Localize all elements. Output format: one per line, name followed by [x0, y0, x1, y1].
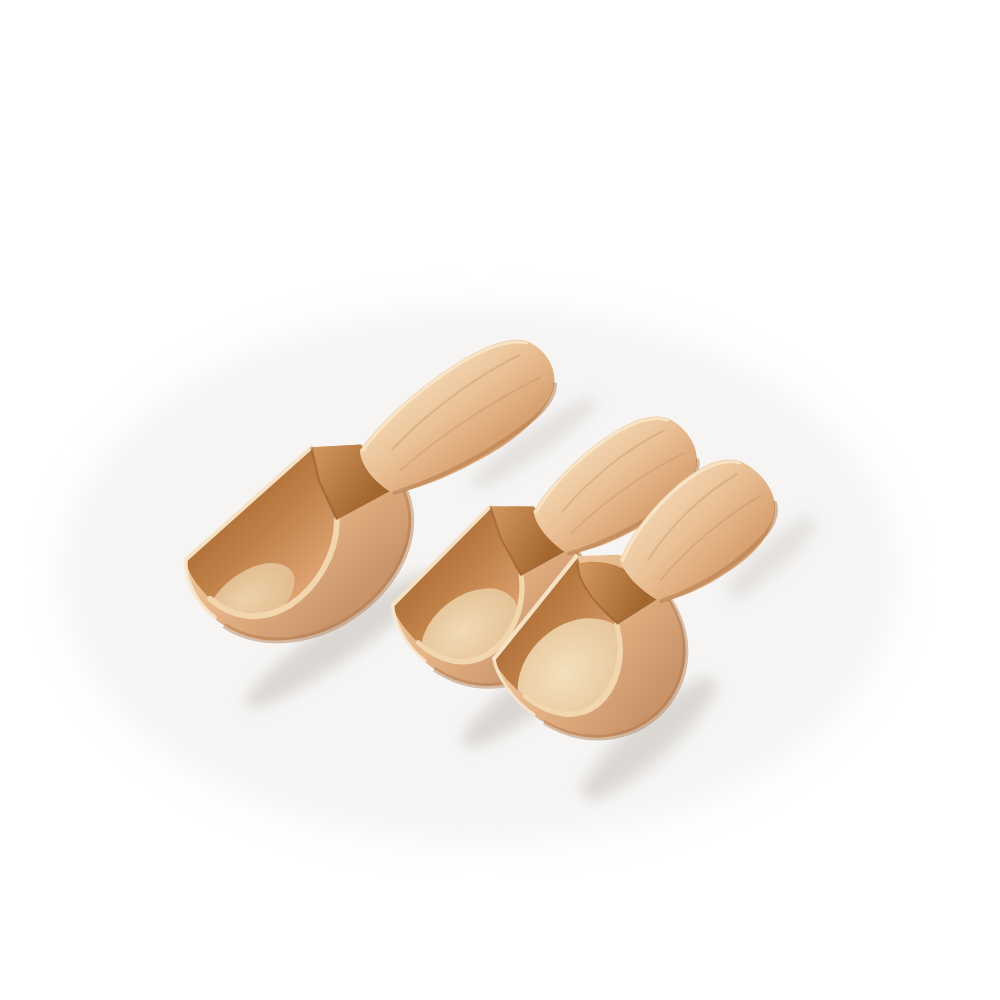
product-photo: [0, 0, 1000, 1000]
scoops-illustration: [0, 0, 1000, 1000]
